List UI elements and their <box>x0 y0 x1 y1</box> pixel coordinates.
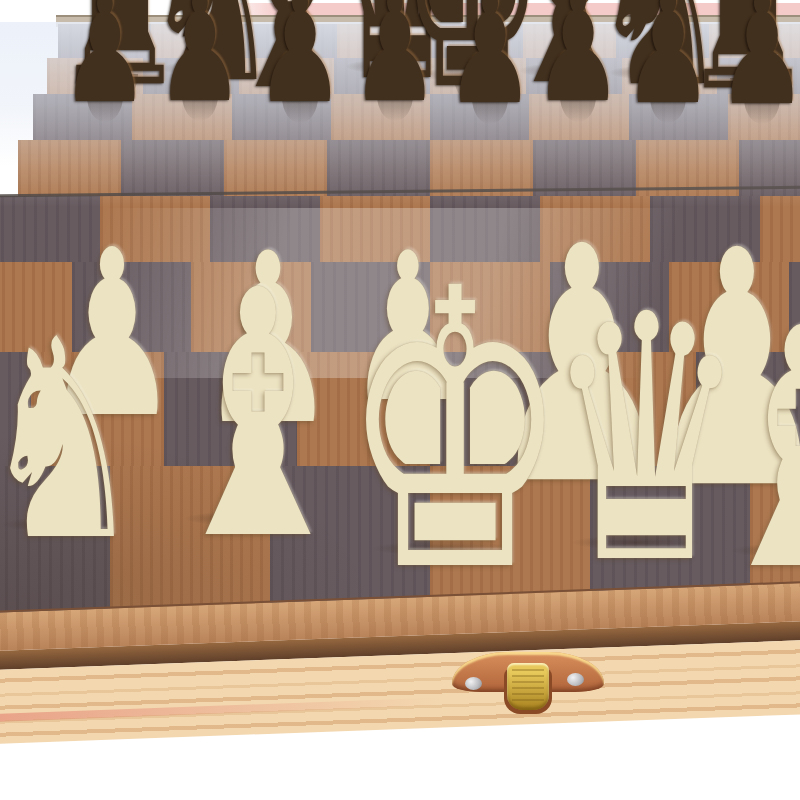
white-knight-b1[interactable]: ♞ <box>0 249 185 524</box>
black-pawn-icon: ♟ <box>61 0 150 124</box>
latch-keeper <box>507 663 549 710</box>
white-bishop-g1[interactable]: ♝ <box>654 220 800 550</box>
latch-screw-left <box>465 677 482 690</box>
black-pawn-e7[interactable]: ♟ <box>422 0 558 96</box>
black-pawn-c7[interactable]: ♟ <box>232 0 368 95</box>
white-king-icon: ♚ <box>341 240 569 625</box>
pine-pink-stripe <box>0 698 442 723</box>
white-knight-icon: ♞ <box>0 304 143 579</box>
white-bishop-icon: ♝ <box>704 286 800 616</box>
latch-screw-right <box>567 673 584 686</box>
black-pawn-icon: ♟ <box>445 0 535 126</box>
white-king-e1[interactable]: ♚ <box>282 163 627 548</box>
black-pawn-a7[interactable]: ♟ <box>38 0 172 94</box>
chess-set-product-photo: ♜♞♝♛♚♝♞♜♟♟♟♟♟♟♟♟♞♟♝♟♟♚♟♛♟♝ <box>0 0 800 800</box>
black-pawn-icon: ♟ <box>716 0 800 127</box>
black-pawn-icon: ♟ <box>255 0 345 125</box>
black-pawn-h7[interactable]: ♟ <box>693 0 800 96</box>
